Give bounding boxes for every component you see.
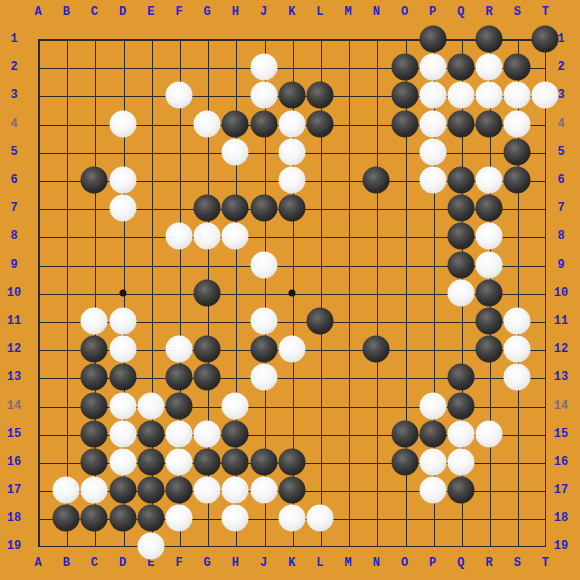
intersection-D4[interactable] bbox=[109, 110, 137, 138]
go-board[interactable] bbox=[24, 25, 560, 561]
intersection-D15[interactable] bbox=[109, 420, 137, 448]
intersection-C10[interactable] bbox=[80, 279, 108, 307]
intersection-P1[interactable] bbox=[419, 25, 447, 53]
intersection-R4[interactable] bbox=[475, 110, 503, 138]
intersection-R18[interactable] bbox=[475, 504, 503, 532]
intersection-H14[interactable] bbox=[221, 391, 249, 419]
intersection-Q15[interactable] bbox=[447, 420, 475, 448]
intersection-T19[interactable] bbox=[531, 532, 559, 560]
intersection-M16[interactable] bbox=[334, 448, 362, 476]
intersection-C13[interactable] bbox=[80, 363, 108, 391]
intersection-F12[interactable] bbox=[165, 335, 193, 363]
intersection-B19[interactable] bbox=[52, 532, 80, 560]
intersection-P16[interactable] bbox=[419, 448, 447, 476]
intersection-T3[interactable] bbox=[531, 81, 559, 109]
intersection-J1[interactable] bbox=[250, 25, 278, 53]
intersection-A15[interactable] bbox=[24, 420, 52, 448]
intersection-O8[interactable] bbox=[390, 222, 418, 250]
intersection-R13[interactable] bbox=[475, 363, 503, 391]
intersection-G6[interactable] bbox=[193, 166, 221, 194]
intersection-L15[interactable] bbox=[306, 420, 334, 448]
intersection-A8[interactable] bbox=[24, 222, 52, 250]
intersection-C7[interactable] bbox=[80, 194, 108, 222]
intersection-J18[interactable] bbox=[250, 504, 278, 532]
intersection-O15[interactable] bbox=[390, 420, 418, 448]
intersection-M5[interactable] bbox=[334, 138, 362, 166]
intersection-E4[interactable] bbox=[137, 110, 165, 138]
intersection-H7[interactable] bbox=[221, 194, 249, 222]
intersection-N15[interactable] bbox=[362, 420, 390, 448]
intersection-B10[interactable] bbox=[52, 279, 80, 307]
intersection-G9[interactable] bbox=[193, 251, 221, 279]
intersection-E18[interactable] bbox=[137, 504, 165, 532]
intersection-R1[interactable] bbox=[475, 25, 503, 53]
intersection-P2[interactable] bbox=[419, 53, 447, 81]
intersection-Q7[interactable] bbox=[447, 194, 475, 222]
intersection-S5[interactable] bbox=[503, 138, 531, 166]
intersection-F14[interactable] bbox=[165, 391, 193, 419]
intersection-H6[interactable] bbox=[221, 166, 249, 194]
intersection-H12[interactable] bbox=[221, 335, 249, 363]
intersection-N18[interactable] bbox=[362, 504, 390, 532]
intersection-B13[interactable] bbox=[52, 363, 80, 391]
intersection-R16[interactable] bbox=[475, 448, 503, 476]
intersection-Q9[interactable] bbox=[447, 251, 475, 279]
intersection-A7[interactable] bbox=[24, 194, 52, 222]
intersection-M2[interactable] bbox=[334, 53, 362, 81]
intersection-N5[interactable] bbox=[362, 138, 390, 166]
intersection-H3[interactable] bbox=[221, 81, 249, 109]
intersection-J3[interactable] bbox=[250, 81, 278, 109]
intersection-L7[interactable] bbox=[306, 194, 334, 222]
intersection-N2[interactable] bbox=[362, 53, 390, 81]
intersection-K19[interactable] bbox=[278, 532, 306, 560]
intersection-M4[interactable] bbox=[334, 110, 362, 138]
intersection-M9[interactable] bbox=[334, 251, 362, 279]
intersection-N6[interactable] bbox=[362, 166, 390, 194]
intersection-P15[interactable] bbox=[419, 420, 447, 448]
intersection-F13[interactable] bbox=[165, 363, 193, 391]
intersection-D16[interactable] bbox=[109, 448, 137, 476]
intersection-N16[interactable] bbox=[362, 448, 390, 476]
intersection-B11[interactable] bbox=[52, 307, 80, 335]
intersection-G13[interactable] bbox=[193, 363, 221, 391]
intersection-S15[interactable] bbox=[503, 420, 531, 448]
intersection-E1[interactable] bbox=[137, 25, 165, 53]
intersection-T18[interactable] bbox=[531, 504, 559, 532]
intersection-S4[interactable] bbox=[503, 110, 531, 138]
intersection-H17[interactable] bbox=[221, 476, 249, 504]
intersection-S19[interactable] bbox=[503, 532, 531, 560]
intersection-E14[interactable] bbox=[137, 391, 165, 419]
intersection-O18[interactable] bbox=[390, 504, 418, 532]
intersection-M7[interactable] bbox=[334, 194, 362, 222]
intersection-L9[interactable] bbox=[306, 251, 334, 279]
intersection-M15[interactable] bbox=[334, 420, 362, 448]
intersection-B1[interactable] bbox=[52, 25, 80, 53]
intersection-T11[interactable] bbox=[531, 307, 559, 335]
intersection-P7[interactable] bbox=[419, 194, 447, 222]
intersection-S12[interactable] bbox=[503, 335, 531, 363]
intersection-K5[interactable] bbox=[278, 138, 306, 166]
intersection-D1[interactable] bbox=[109, 25, 137, 53]
intersection-T15[interactable] bbox=[531, 420, 559, 448]
intersection-C11[interactable] bbox=[80, 307, 108, 335]
intersection-J17[interactable] bbox=[250, 476, 278, 504]
intersection-S14[interactable] bbox=[503, 391, 531, 419]
intersection-H1[interactable] bbox=[221, 25, 249, 53]
intersection-O4[interactable] bbox=[390, 110, 418, 138]
intersection-E12[interactable] bbox=[137, 335, 165, 363]
intersection-D14[interactable] bbox=[109, 391, 137, 419]
intersection-Q8[interactable] bbox=[447, 222, 475, 250]
intersection-B18[interactable] bbox=[52, 504, 80, 532]
intersection-L3[interactable] bbox=[306, 81, 334, 109]
intersection-P14[interactable] bbox=[419, 391, 447, 419]
intersection-J8[interactable] bbox=[250, 222, 278, 250]
intersection-P12[interactable] bbox=[419, 335, 447, 363]
intersection-A18[interactable] bbox=[24, 504, 52, 532]
intersection-C14[interactable] bbox=[80, 391, 108, 419]
intersection-N19[interactable] bbox=[362, 532, 390, 560]
intersection-C8[interactable] bbox=[80, 222, 108, 250]
intersection-G18[interactable] bbox=[193, 504, 221, 532]
intersection-N17[interactable] bbox=[362, 476, 390, 504]
intersection-F9[interactable] bbox=[165, 251, 193, 279]
intersection-S3[interactable] bbox=[503, 81, 531, 109]
intersection-R6[interactable] bbox=[475, 166, 503, 194]
intersection-P8[interactable] bbox=[419, 222, 447, 250]
intersection-H2[interactable] bbox=[221, 53, 249, 81]
intersection-S17[interactable] bbox=[503, 476, 531, 504]
intersection-L18[interactable] bbox=[306, 504, 334, 532]
intersection-B2[interactable] bbox=[52, 53, 80, 81]
intersection-K2[interactable] bbox=[278, 53, 306, 81]
intersection-K13[interactable] bbox=[278, 363, 306, 391]
intersection-L5[interactable] bbox=[306, 138, 334, 166]
intersection-F1[interactable] bbox=[165, 25, 193, 53]
intersection-M6[interactable] bbox=[334, 166, 362, 194]
intersection-D11[interactable] bbox=[109, 307, 137, 335]
intersection-A3[interactable] bbox=[24, 81, 52, 109]
intersection-A17[interactable] bbox=[24, 476, 52, 504]
intersection-R3[interactable] bbox=[475, 81, 503, 109]
intersection-F15[interactable] bbox=[165, 420, 193, 448]
intersection-O2[interactable] bbox=[390, 53, 418, 81]
intersection-B12[interactable] bbox=[52, 335, 80, 363]
intersection-Q11[interactable] bbox=[447, 307, 475, 335]
intersection-R2[interactable] bbox=[475, 53, 503, 81]
intersection-A5[interactable] bbox=[24, 138, 52, 166]
intersection-L13[interactable] bbox=[306, 363, 334, 391]
intersection-Q12[interactable] bbox=[447, 335, 475, 363]
intersection-P18[interactable] bbox=[419, 504, 447, 532]
intersection-B6[interactable] bbox=[52, 166, 80, 194]
intersection-H11[interactable] bbox=[221, 307, 249, 335]
intersection-L17[interactable] bbox=[306, 476, 334, 504]
intersection-H4[interactable] bbox=[221, 110, 249, 138]
intersection-O5[interactable] bbox=[390, 138, 418, 166]
intersection-D3[interactable] bbox=[109, 81, 137, 109]
intersection-P17[interactable] bbox=[419, 476, 447, 504]
intersection-G3[interactable] bbox=[193, 81, 221, 109]
intersection-N11[interactable] bbox=[362, 307, 390, 335]
intersection-T4[interactable] bbox=[531, 110, 559, 138]
intersection-F4[interactable] bbox=[165, 110, 193, 138]
intersection-C16[interactable] bbox=[80, 448, 108, 476]
intersection-N9[interactable] bbox=[362, 251, 390, 279]
intersection-B15[interactable] bbox=[52, 420, 80, 448]
intersection-S6[interactable] bbox=[503, 166, 531, 194]
intersection-R12[interactable] bbox=[475, 335, 503, 363]
intersection-O7[interactable] bbox=[390, 194, 418, 222]
intersection-S2[interactable] bbox=[503, 53, 531, 81]
intersection-A9[interactable] bbox=[24, 251, 52, 279]
intersection-G2[interactable] bbox=[193, 53, 221, 81]
intersection-M19[interactable] bbox=[334, 532, 362, 560]
intersection-L12[interactable] bbox=[306, 335, 334, 363]
intersection-D8[interactable] bbox=[109, 222, 137, 250]
intersection-O10[interactable] bbox=[390, 279, 418, 307]
intersection-H16[interactable] bbox=[221, 448, 249, 476]
intersection-K17[interactable] bbox=[278, 476, 306, 504]
intersection-A12[interactable] bbox=[24, 335, 52, 363]
intersection-J5[interactable] bbox=[250, 138, 278, 166]
intersection-T9[interactable] bbox=[531, 251, 559, 279]
intersection-J11[interactable] bbox=[250, 307, 278, 335]
intersection-D12[interactable] bbox=[109, 335, 137, 363]
intersection-G4[interactable] bbox=[193, 110, 221, 138]
intersection-C1[interactable] bbox=[80, 25, 108, 53]
intersection-B17[interactable] bbox=[52, 476, 80, 504]
intersection-H5[interactable] bbox=[221, 138, 249, 166]
intersection-N7[interactable] bbox=[362, 194, 390, 222]
intersection-P10[interactable] bbox=[419, 279, 447, 307]
intersection-Q18[interactable] bbox=[447, 504, 475, 532]
intersection-K16[interactable] bbox=[278, 448, 306, 476]
intersection-G5[interactable] bbox=[193, 138, 221, 166]
intersection-M1[interactable] bbox=[334, 25, 362, 53]
intersection-O13[interactable] bbox=[390, 363, 418, 391]
intersection-N1[interactable] bbox=[362, 25, 390, 53]
intersection-K14[interactable] bbox=[278, 391, 306, 419]
intersection-J7[interactable] bbox=[250, 194, 278, 222]
intersection-E17[interactable] bbox=[137, 476, 165, 504]
intersection-D7[interactable] bbox=[109, 194, 137, 222]
intersection-A13[interactable] bbox=[24, 363, 52, 391]
intersection-H10[interactable] bbox=[221, 279, 249, 307]
intersection-N3[interactable] bbox=[362, 81, 390, 109]
intersection-L14[interactable] bbox=[306, 391, 334, 419]
intersection-T7[interactable] bbox=[531, 194, 559, 222]
intersection-E19[interactable] bbox=[137, 532, 165, 560]
intersection-M12[interactable] bbox=[334, 335, 362, 363]
intersection-C9[interactable] bbox=[80, 251, 108, 279]
intersection-J6[interactable] bbox=[250, 166, 278, 194]
intersection-A19[interactable] bbox=[24, 532, 52, 560]
intersection-Q17[interactable] bbox=[447, 476, 475, 504]
intersection-R15[interactable] bbox=[475, 420, 503, 448]
intersection-E15[interactable] bbox=[137, 420, 165, 448]
intersection-K10[interactable] bbox=[278, 279, 306, 307]
intersection-A2[interactable] bbox=[24, 53, 52, 81]
intersection-D2[interactable] bbox=[109, 53, 137, 81]
intersection-E13[interactable] bbox=[137, 363, 165, 391]
intersection-S11[interactable] bbox=[503, 307, 531, 335]
intersection-N14[interactable] bbox=[362, 391, 390, 419]
intersection-A11[interactable] bbox=[24, 307, 52, 335]
intersection-M3[interactable] bbox=[334, 81, 362, 109]
intersection-S10[interactable] bbox=[503, 279, 531, 307]
intersection-R14[interactable] bbox=[475, 391, 503, 419]
intersection-D17[interactable] bbox=[109, 476, 137, 504]
intersection-M17[interactable] bbox=[334, 476, 362, 504]
intersection-O6[interactable] bbox=[390, 166, 418, 194]
intersection-B16[interactable] bbox=[52, 448, 80, 476]
intersection-K18[interactable] bbox=[278, 504, 306, 532]
intersection-R7[interactable] bbox=[475, 194, 503, 222]
intersection-S9[interactable] bbox=[503, 251, 531, 279]
intersection-O19[interactable] bbox=[390, 532, 418, 560]
intersection-F11[interactable] bbox=[165, 307, 193, 335]
intersection-Q14[interactable] bbox=[447, 391, 475, 419]
intersection-F7[interactable] bbox=[165, 194, 193, 222]
intersection-G19[interactable] bbox=[193, 532, 221, 560]
intersection-P19[interactable] bbox=[419, 532, 447, 560]
intersection-M10[interactable] bbox=[334, 279, 362, 307]
intersection-S13[interactable] bbox=[503, 363, 531, 391]
intersection-C19[interactable] bbox=[80, 532, 108, 560]
intersection-P13[interactable] bbox=[419, 363, 447, 391]
intersection-P3[interactable] bbox=[419, 81, 447, 109]
intersection-A14[interactable] bbox=[24, 391, 52, 419]
intersection-M11[interactable] bbox=[334, 307, 362, 335]
intersection-H8[interactable] bbox=[221, 222, 249, 250]
intersection-C4[interactable] bbox=[80, 110, 108, 138]
intersection-E2[interactable] bbox=[137, 53, 165, 81]
intersection-Q16[interactable] bbox=[447, 448, 475, 476]
intersection-N12[interactable] bbox=[362, 335, 390, 363]
intersection-S8[interactable] bbox=[503, 222, 531, 250]
intersection-B8[interactable] bbox=[52, 222, 80, 250]
intersection-F3[interactable] bbox=[165, 81, 193, 109]
intersection-Q6[interactable] bbox=[447, 166, 475, 194]
intersection-M8[interactable] bbox=[334, 222, 362, 250]
intersection-K7[interactable] bbox=[278, 194, 306, 222]
intersection-H13[interactable] bbox=[221, 363, 249, 391]
intersection-J12[interactable] bbox=[250, 335, 278, 363]
intersection-G16[interactable] bbox=[193, 448, 221, 476]
intersection-F6[interactable] bbox=[165, 166, 193, 194]
intersection-O12[interactable] bbox=[390, 335, 418, 363]
intersection-K15[interactable] bbox=[278, 420, 306, 448]
intersection-E7[interactable] bbox=[137, 194, 165, 222]
intersection-N10[interactable] bbox=[362, 279, 390, 307]
intersection-D13[interactable] bbox=[109, 363, 137, 391]
intersection-K9[interactable] bbox=[278, 251, 306, 279]
intersection-R5[interactable] bbox=[475, 138, 503, 166]
intersection-G7[interactable] bbox=[193, 194, 221, 222]
intersection-A10[interactable] bbox=[24, 279, 52, 307]
intersection-M14[interactable] bbox=[334, 391, 362, 419]
intersection-O14[interactable] bbox=[390, 391, 418, 419]
intersection-D18[interactable] bbox=[109, 504, 137, 532]
intersection-C15[interactable] bbox=[80, 420, 108, 448]
intersection-G11[interactable] bbox=[193, 307, 221, 335]
intersection-E16[interactable] bbox=[137, 448, 165, 476]
intersection-C5[interactable] bbox=[80, 138, 108, 166]
intersection-C18[interactable] bbox=[80, 504, 108, 532]
intersection-B9[interactable] bbox=[52, 251, 80, 279]
intersection-K11[interactable] bbox=[278, 307, 306, 335]
intersection-R9[interactable] bbox=[475, 251, 503, 279]
intersection-R17[interactable] bbox=[475, 476, 503, 504]
intersection-M13[interactable] bbox=[334, 363, 362, 391]
intersection-F5[interactable] bbox=[165, 138, 193, 166]
intersection-H9[interactable] bbox=[221, 251, 249, 279]
intersection-O1[interactable] bbox=[390, 25, 418, 53]
intersection-P9[interactable] bbox=[419, 251, 447, 279]
intersection-C6[interactable] bbox=[80, 166, 108, 194]
intersection-Q19[interactable] bbox=[447, 532, 475, 560]
intersection-J2[interactable] bbox=[250, 53, 278, 81]
intersection-C2[interactable] bbox=[80, 53, 108, 81]
intersection-L11[interactable] bbox=[306, 307, 334, 335]
intersection-P5[interactable] bbox=[419, 138, 447, 166]
intersection-L19[interactable] bbox=[306, 532, 334, 560]
intersection-E5[interactable] bbox=[137, 138, 165, 166]
intersection-O3[interactable] bbox=[390, 81, 418, 109]
intersection-K8[interactable] bbox=[278, 222, 306, 250]
intersection-J16[interactable] bbox=[250, 448, 278, 476]
intersection-B14[interactable] bbox=[52, 391, 80, 419]
intersection-F18[interactable] bbox=[165, 504, 193, 532]
intersection-N8[interactable] bbox=[362, 222, 390, 250]
intersection-E8[interactable] bbox=[137, 222, 165, 250]
intersection-T14[interactable] bbox=[531, 391, 559, 419]
intersection-P6[interactable] bbox=[419, 166, 447, 194]
intersection-J9[interactable] bbox=[250, 251, 278, 279]
intersection-N13[interactable] bbox=[362, 363, 390, 391]
intersection-Q10[interactable] bbox=[447, 279, 475, 307]
intersection-G8[interactable] bbox=[193, 222, 221, 250]
intersection-T10[interactable] bbox=[531, 279, 559, 307]
intersection-T5[interactable] bbox=[531, 138, 559, 166]
intersection-E10[interactable] bbox=[137, 279, 165, 307]
intersection-A6[interactable] bbox=[24, 166, 52, 194]
intersection-T6[interactable] bbox=[531, 166, 559, 194]
intersection-B7[interactable] bbox=[52, 194, 80, 222]
intersection-C3[interactable] bbox=[80, 81, 108, 109]
intersection-M18[interactable] bbox=[334, 504, 362, 532]
intersection-J15[interactable] bbox=[250, 420, 278, 448]
intersection-K1[interactable] bbox=[278, 25, 306, 53]
intersection-Q13[interactable] bbox=[447, 363, 475, 391]
intersection-A16[interactable] bbox=[24, 448, 52, 476]
intersection-P11[interactable] bbox=[419, 307, 447, 335]
intersection-O11[interactable] bbox=[390, 307, 418, 335]
intersection-T2[interactable] bbox=[531, 53, 559, 81]
intersection-G17[interactable] bbox=[193, 476, 221, 504]
intersection-F17[interactable] bbox=[165, 476, 193, 504]
intersection-L8[interactable] bbox=[306, 222, 334, 250]
intersection-B3[interactable] bbox=[52, 81, 80, 109]
intersection-C17[interactable] bbox=[80, 476, 108, 504]
intersection-B4[interactable] bbox=[52, 110, 80, 138]
intersection-D9[interactable] bbox=[109, 251, 137, 279]
intersection-G10[interactable] bbox=[193, 279, 221, 307]
intersection-K4[interactable] bbox=[278, 110, 306, 138]
